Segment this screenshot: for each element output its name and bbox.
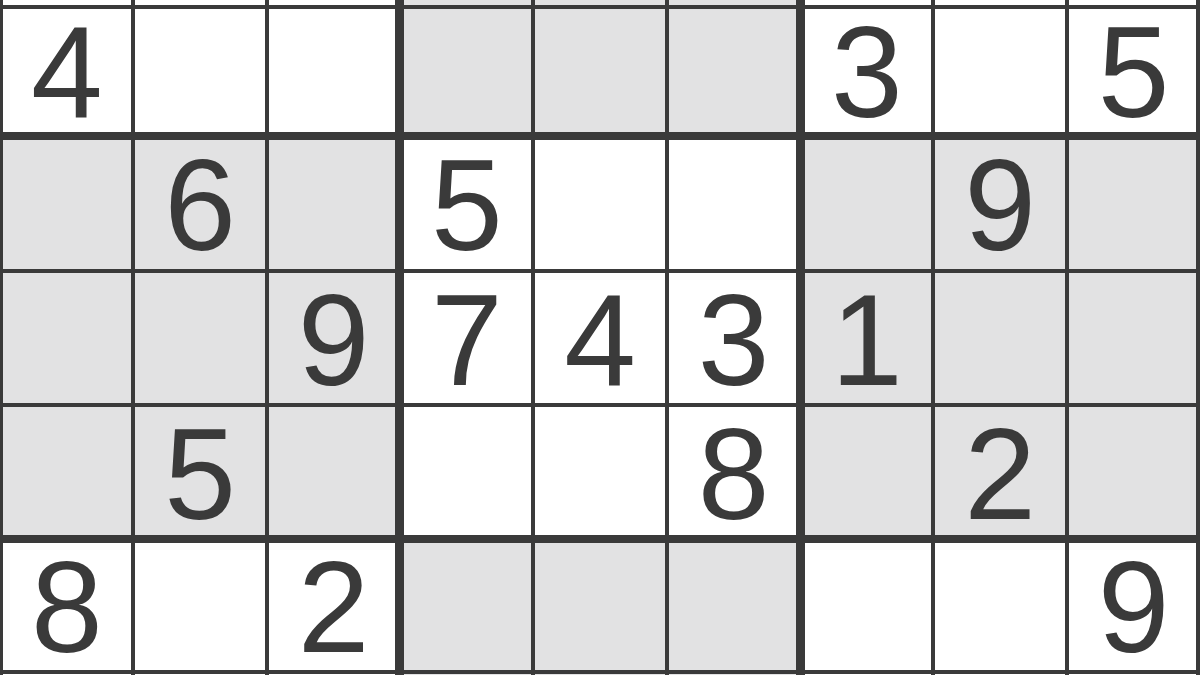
cell-r6c2[interactable]: 5 — [133, 405, 267, 539]
cell-r6c4[interactable] — [400, 405, 534, 539]
cell-r4c8[interactable]: 9 — [933, 136, 1067, 271]
given-digit: 4 — [564, 276, 636, 405]
cell-r3c4[interactable] — [400, 5, 534, 136]
given-digit: 7 — [431, 276, 503, 405]
cell-r7c5[interactable] — [533, 539, 667, 672]
given-digit: 9 — [298, 276, 370, 405]
cell-r5c7[interactable]: 1 — [800, 271, 934, 405]
given-digit: 5 — [1098, 8, 1170, 137]
given-digit: 1 — [831, 276, 903, 405]
cell-r3c5[interactable] — [533, 5, 667, 136]
cell-r4c6[interactable] — [667, 136, 801, 271]
cell-r7c9[interactable]: 9 — [1067, 539, 1200, 672]
cell-r6c8[interactable]: 2 — [933, 405, 1067, 539]
cell-r5c5[interactable]: 4 — [533, 271, 667, 405]
cell-r6c7[interactable] — [800, 405, 934, 539]
cell-r3c3[interactable] — [267, 5, 401, 136]
cell-r7c2[interactable] — [133, 539, 267, 672]
cell-r6c1[interactable] — [0, 405, 134, 539]
cell-r7c8[interactable] — [933, 539, 1067, 672]
cell-r3c9[interactable]: 5 — [1067, 5, 1200, 136]
cell-r7c3[interactable]: 2 — [267, 539, 401, 672]
given-digit: 2 — [964, 410, 1036, 539]
given-digit: 9 — [964, 141, 1036, 270]
cell-r7c4[interactable] — [400, 539, 534, 672]
given-digit: 6 — [164, 141, 236, 270]
cell-r3c8[interactable] — [933, 5, 1067, 136]
cell-r4c1[interactable] — [0, 136, 134, 271]
cell-r5c2[interactable] — [133, 271, 267, 405]
sudoku-app-screen: 43565997431582829 — [0, 0, 1200, 675]
given-digit: 4 — [31, 8, 103, 137]
cell-r5c3[interactable]: 9 — [267, 271, 401, 405]
cell-r7c7[interactable] — [800, 539, 934, 672]
cell-r7c1[interactable]: 8 — [0, 539, 134, 672]
given-digit: 5 — [431, 141, 503, 270]
given-digit: 8 — [31, 543, 103, 672]
cell-r3c2[interactable] — [133, 5, 267, 136]
given-digit: 9 — [1098, 543, 1170, 672]
cell-r5c9[interactable] — [1067, 271, 1200, 405]
cell-r4c2[interactable]: 6 — [133, 136, 267, 271]
given-digit: 3 — [831, 8, 903, 137]
given-digit: 8 — [698, 410, 770, 539]
cell-r5c6[interactable]: 3 — [667, 271, 801, 405]
cell-r4c5[interactable] — [533, 136, 667, 271]
given-digit: 5 — [164, 410, 236, 539]
cell-r4c9[interactable] — [1067, 136, 1200, 271]
cell-r3c7[interactable]: 3 — [800, 5, 934, 136]
cell-r5c4[interactable]: 7 — [400, 271, 534, 405]
cell-r3c6[interactable] — [667, 5, 801, 136]
cell-r6c9[interactable] — [1067, 405, 1200, 539]
cell-r4c7[interactable] — [800, 136, 934, 271]
given-digit: 2 — [298, 543, 370, 672]
cell-r6c3[interactable] — [267, 405, 401, 539]
cell-r3c1[interactable]: 4 — [0, 5, 134, 136]
cell-r4c3[interactable] — [267, 136, 401, 271]
cell-r5c1[interactable] — [0, 271, 134, 405]
cell-r4c4[interactable]: 5 — [400, 136, 534, 271]
cell-r6c6[interactable]: 8 — [667, 405, 801, 539]
sudoku-board: 43565997431582829 — [0, 0, 1200, 675]
given-digit: 3 — [698, 276, 770, 405]
cell-r5c8[interactable] — [933, 271, 1067, 405]
cell-r6c5[interactable] — [533, 405, 667, 539]
cell-r7c6[interactable] — [667, 539, 801, 672]
